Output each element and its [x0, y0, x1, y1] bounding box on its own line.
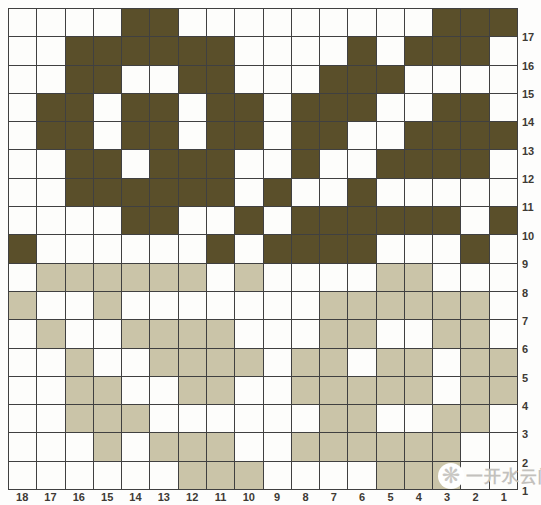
grid-cell-r16-c15	[94, 37, 121, 64]
grid-cell-r5-c16	[66, 349, 93, 376]
grid-cell-r5-c14	[122, 349, 149, 376]
grid-cell-r4-c10	[235, 377, 262, 404]
grid-cell-r1-c6	[348, 462, 375, 489]
grid-cell-r1-c15	[94, 462, 121, 489]
grid-cell-r3-c6	[348, 405, 375, 432]
col-label-4: 4	[405, 490, 433, 505]
grid-cell-r8-c10	[235, 264, 262, 291]
grid-cell-r15-c12	[179, 66, 206, 93]
grid-cell-r6-c16	[66, 320, 93, 347]
grid-cell-r8-c18	[9, 264, 36, 291]
grid-cell-r8-c4	[405, 264, 432, 291]
grid-cell-r15-c15	[94, 66, 121, 93]
grid-cell-r4-c1	[490, 377, 517, 404]
grid-cell-r14-c16	[66, 94, 93, 121]
grid-cell-r17-c2	[461, 9, 488, 36]
grid-cell-r16-c12	[179, 37, 206, 64]
grid-cell-r9-c2	[461, 235, 488, 262]
grid-cell-r7-c11	[207, 292, 234, 319]
pattern-grid	[8, 8, 518, 490]
grid-cell-r6-c2	[461, 320, 488, 347]
grid-cell-r10-c4	[405, 207, 432, 234]
grid-cell-r14-c10	[235, 94, 262, 121]
grid-cell-r16-c1	[490, 37, 517, 64]
grid-cell-r3-c18	[9, 405, 36, 432]
grid-cell-r8-c7	[320, 264, 347, 291]
grid-cell-r15-c11	[207, 66, 234, 93]
grid-cell-r3-c14	[122, 405, 149, 432]
row-label-slot: 11	[521, 178, 541, 206]
grid-cell-r12-c6	[348, 150, 375, 177]
col-label-8: 8	[291, 490, 319, 505]
col-label-2: 2	[461, 490, 489, 505]
grid-cell-r1-c5	[377, 462, 404, 489]
grid-cell-r8-c13	[150, 264, 177, 291]
grid-cell-r17-c16	[66, 9, 93, 36]
grid-cell-r15-c3	[433, 66, 460, 93]
grid-cell-r16-c2	[461, 37, 488, 64]
grid-cell-r11-c18	[9, 179, 36, 206]
grid-cell-r17-c10	[235, 9, 262, 36]
row-label-slot: 14	[521, 93, 541, 121]
grid-cell-r14-c11	[207, 94, 234, 121]
grid-cell-r6-c18	[9, 320, 36, 347]
grid-cell-r7-c12	[179, 292, 206, 319]
row-labels: 1716151413121110987654321	[521, 8, 541, 490]
grid-cell-r6-c4	[405, 320, 432, 347]
grid-cell-r4-c13	[150, 377, 177, 404]
grid-cell-r4-c9	[264, 377, 291, 404]
grid-cell-r4-c18	[9, 377, 36, 404]
grid-cell-r5-c5	[377, 349, 404, 376]
grid-cell-r16-c9	[264, 37, 291, 64]
grid-cell-r15-c1	[490, 66, 517, 93]
grid-cell-r9-c9	[264, 235, 291, 262]
grid-cell-r14-c6	[348, 94, 375, 121]
grid-cell-r10-c15	[94, 207, 121, 234]
grid-cell-r12-c12	[179, 150, 206, 177]
row-label-slot: 12	[521, 150, 541, 178]
grid-cell-r6-c14	[122, 320, 149, 347]
grid-cell-r8-c1	[490, 264, 517, 291]
grid-cell-r8-c15	[94, 264, 121, 291]
grid-cell-r17-c14	[122, 9, 149, 36]
grid-cell-r15-c2	[461, 66, 488, 93]
grid-cell-r5-c8	[292, 349, 319, 376]
grid-cell-r12-c18	[9, 150, 36, 177]
grid-cell-r13-c4	[405, 122, 432, 149]
row-label-slot: 15	[521, 65, 541, 93]
grid-cell-r12-c17	[37, 150, 64, 177]
grid-cell-r2-c14	[122, 433, 149, 460]
grid-cell-r3-c13	[150, 405, 177, 432]
grid-cell-r2-c18	[9, 433, 36, 460]
grid-cell-r15-c17	[37, 66, 64, 93]
grid-cell-r7-c2	[461, 292, 488, 319]
grid-cell-r14-c13	[150, 94, 177, 121]
grid-cell-r10-c18	[9, 207, 36, 234]
row-label-slot: 9	[521, 235, 541, 263]
grid-cell-r11-c12	[179, 179, 206, 206]
grid-cell-r6-c17	[37, 320, 64, 347]
grid-cell-r5-c18	[9, 349, 36, 376]
grid-cell-r14-c18	[9, 94, 36, 121]
grid-cell-r17-c11	[207, 9, 234, 36]
grid-cell-r17-c5	[377, 9, 404, 36]
grid-cell-r4-c14	[122, 377, 149, 404]
grid-cell-r13-c1	[490, 122, 517, 149]
col-label-13: 13	[150, 490, 178, 505]
grid-cell-r11-c15	[94, 179, 121, 206]
grid-cell-r8-c9	[264, 264, 291, 291]
grid-cell-r7-c9	[264, 292, 291, 319]
grid-cell-r3-c12	[179, 405, 206, 432]
row-label-slot: 2	[521, 433, 541, 461]
grid-cell-r5-c13	[150, 349, 177, 376]
grid-cell-r13-c6	[348, 122, 375, 149]
grid-cell-r16-c10	[235, 37, 262, 64]
grid-cell-r12-c11	[207, 150, 234, 177]
col-label-14: 14	[121, 490, 149, 505]
grid-cell-r15-c16	[66, 66, 93, 93]
grid-cell-r13-c7	[320, 122, 347, 149]
grid-cell-r10-c6	[348, 207, 375, 234]
grid-cell-r7-c10	[235, 292, 262, 319]
grid-cell-r10-c7	[320, 207, 347, 234]
grid-cell-r15-c18	[9, 66, 36, 93]
grid-cell-r11-c13	[150, 179, 177, 206]
grid-cell-r10-c17	[37, 207, 64, 234]
grid-cell-r9-c10	[235, 235, 262, 262]
grid-cell-r9-c16	[66, 235, 93, 262]
grid-cell-r17-c3	[433, 9, 460, 36]
grid-cell-r2-c3	[433, 433, 460, 460]
grid-cell-r14-c3	[433, 94, 460, 121]
grid-cell-r6-c6	[348, 320, 375, 347]
col-label-9: 9	[263, 490, 291, 505]
grid-cell-r12-c7	[320, 150, 347, 177]
grid-cell-r8-c5	[377, 264, 404, 291]
grid-cell-r17-c7	[320, 9, 347, 36]
grid-cell-r16-c4	[405, 37, 432, 64]
grid-cell-r9-c8	[292, 235, 319, 262]
grid-cell-r9-c4	[405, 235, 432, 262]
col-label-7: 7	[320, 490, 348, 505]
grid-cell-r2-c6	[348, 433, 375, 460]
grid-cell-r2-c16	[66, 433, 93, 460]
grid-cell-r11-c7	[320, 179, 347, 206]
grid-cell-r15-c9	[264, 66, 291, 93]
col-label-12: 12	[178, 490, 206, 505]
grid-cell-r1-c4	[405, 462, 432, 489]
grid-cell-r1-c8	[292, 462, 319, 489]
grid-cell-r4-c16	[66, 377, 93, 404]
grid-cell-r3-c5	[377, 405, 404, 432]
grid-cell-r3-c3	[433, 405, 460, 432]
row-label-slot: 5	[521, 348, 541, 376]
grid-cell-r9-c5	[377, 235, 404, 262]
grid-cell-r11-c9	[264, 179, 291, 206]
col-label-1: 1	[490, 490, 518, 505]
col-label-10: 10	[235, 490, 263, 505]
grid-cell-r5-c17	[37, 349, 64, 376]
col-label-11: 11	[206, 490, 234, 505]
grid-cell-r14-c2	[461, 94, 488, 121]
grid-cell-r7-c14	[122, 292, 149, 319]
grid-cell-r9-c14	[122, 235, 149, 262]
grid-cell-r2-c17	[37, 433, 64, 460]
grid-cell-r11-c3	[433, 179, 460, 206]
grid-cell-r10-c5	[377, 207, 404, 234]
grid-cell-r2-c15	[94, 433, 121, 460]
grid-cell-r10-c10	[235, 207, 262, 234]
grid-cell-r16-c16	[66, 37, 93, 64]
grid-cell-r7-c4	[405, 292, 432, 319]
grid-cell-r17-c1	[490, 9, 517, 36]
grid-cell-r2-c4	[405, 433, 432, 460]
grid-cell-r7-c8	[292, 292, 319, 319]
grid-cell-r1-c9	[264, 462, 291, 489]
row-label-slot: 6	[521, 320, 541, 348]
grid-cell-r17-c4	[405, 9, 432, 36]
grid-cell-r13-c14	[122, 122, 149, 149]
grid-cell-r6-c5	[377, 320, 404, 347]
grid-cell-r1-c10	[235, 462, 262, 489]
grid-cell-r12-c5	[377, 150, 404, 177]
grid-cell-r8-c14	[122, 264, 149, 291]
grid-cell-r1-c18	[9, 462, 36, 489]
grid-cell-r16-c8	[292, 37, 319, 64]
grid-cell-r14-c12	[179, 94, 206, 121]
grid-cell-r14-c4	[405, 94, 432, 121]
grid-cell-r5-c11	[207, 349, 234, 376]
grid-cell-r5-c6	[348, 349, 375, 376]
grid-cell-r14-c9	[264, 94, 291, 121]
grid-cell-r16-c5	[377, 37, 404, 64]
grid-cell-r5-c12	[179, 349, 206, 376]
grid-cell-r4-c4	[405, 377, 432, 404]
grid-cell-r9-c6	[348, 235, 375, 262]
grid-cell-r7-c16	[66, 292, 93, 319]
grid-cell-r1-c17	[37, 462, 64, 489]
grid-cell-r12-c1	[490, 150, 517, 177]
chart-page: 181716151413121110987654321 171615141312…	[0, 0, 541, 505]
grid-cell-r10-c12	[179, 207, 206, 234]
grid-cell-r4-c15	[94, 377, 121, 404]
grid-cell-r11-c16	[66, 179, 93, 206]
grid-cell-r12-c4	[405, 150, 432, 177]
grid-cell-r7-c6	[348, 292, 375, 319]
grid-cell-r7-c1	[490, 292, 517, 319]
grid-cell-r3-c1	[490, 405, 517, 432]
grid-cell-r13-c3	[433, 122, 460, 149]
grid-cell-r14-c17	[37, 94, 64, 121]
grid-cell-r12-c16	[66, 150, 93, 177]
grid-cell-r13-c11	[207, 122, 234, 149]
grid-cell-r14-c5	[377, 94, 404, 121]
grid-cell-r10-c1	[490, 207, 517, 234]
grid-cell-r7-c5	[377, 292, 404, 319]
grid-cell-r13-c16	[66, 122, 93, 149]
grid-cell-r11-c4	[405, 179, 432, 206]
grid-cell-r11-c1	[490, 179, 517, 206]
grid-cell-r16-c3	[433, 37, 460, 64]
grid-cell-r6-c7	[320, 320, 347, 347]
grid-cell-r3-c11	[207, 405, 234, 432]
grid-cell-r7-c15	[94, 292, 121, 319]
grid-cell-r6-c9	[264, 320, 291, 347]
grid-cell-r13-c9	[264, 122, 291, 149]
col-label-6: 6	[348, 490, 376, 505]
grid-cell-r9-c12	[179, 235, 206, 262]
grid-cell-r4-c8	[292, 377, 319, 404]
grid-cell-r3-c10	[235, 405, 262, 432]
col-label-17: 17	[36, 490, 64, 505]
col-label-15: 15	[93, 490, 121, 505]
grid-cell-r14-c15	[94, 94, 121, 121]
grid-cell-r9-c15	[94, 235, 121, 262]
grid-cell-r6-c13	[150, 320, 177, 347]
grid-cell-r4-c5	[377, 377, 404, 404]
grid-cell-r4-c7	[320, 377, 347, 404]
row-label-slot: 17	[521, 8, 541, 36]
grid-cell-r8-c2	[461, 264, 488, 291]
grid-cell-r3-c15	[94, 405, 121, 432]
grid-cell-r8-c17	[37, 264, 64, 291]
grid-cell-r5-c1	[490, 349, 517, 376]
grid-cell-r11-c11	[207, 179, 234, 206]
grid-cell-r11-c17	[37, 179, 64, 206]
grid-cell-r5-c3	[433, 349, 460, 376]
col-label-3: 3	[433, 490, 461, 505]
grid-cell-r13-c8	[292, 122, 319, 149]
grid-cell-r6-c12	[179, 320, 206, 347]
grid-cell-r9-c18	[9, 235, 36, 262]
grid-cell-r4-c3	[433, 377, 460, 404]
grid-cell-r6-c1	[490, 320, 517, 347]
grid-cell-r3-c2	[461, 405, 488, 432]
grid-cell-r13-c5	[377, 122, 404, 149]
col-label-18: 18	[8, 490, 36, 505]
grid-cell-r2-c12	[179, 433, 206, 460]
grid-cell-r10-c16	[66, 207, 93, 234]
grid-cell-r6-c11	[207, 320, 234, 347]
grid-cell-r7-c17	[37, 292, 64, 319]
grid-cell-r2-c11	[207, 433, 234, 460]
grid-cell-r17-c18	[9, 9, 36, 36]
grid-cell-r5-c15	[94, 349, 121, 376]
grid-cell-r11-c10	[235, 179, 262, 206]
grid-cell-r8-c16	[66, 264, 93, 291]
grid-cell-r13-c10	[235, 122, 262, 149]
grid-cell-r13-c17	[37, 122, 64, 149]
grid-cell-r16-c17	[37, 37, 64, 64]
grid-cell-r6-c3	[433, 320, 460, 347]
grid-cell-r10-c2	[461, 207, 488, 234]
grid-cell-r2-c7	[320, 433, 347, 460]
grid-cell-r3-c9	[264, 405, 291, 432]
column-labels: 181716151413121110987654321	[8, 490, 518, 505]
grid-cell-r15-c4	[405, 66, 432, 93]
grid-cell-r15-c10	[235, 66, 262, 93]
row-label-slot: 10	[521, 206, 541, 234]
grid-cell-r17-c17	[37, 9, 64, 36]
grid-cell-r17-c8	[292, 9, 319, 36]
grid-cell-r9-c13	[150, 235, 177, 262]
row-label-slot: 13	[521, 121, 541, 149]
grid-cell-r16-c18	[9, 37, 36, 64]
grid-cell-r16-c7	[320, 37, 347, 64]
grid-cell-r2-c5	[377, 433, 404, 460]
watermark: ❋ 一开水云间	[438, 461, 541, 491]
grid-cell-r10-c9	[264, 207, 291, 234]
grid-cell-r5-c4	[405, 349, 432, 376]
grid-cell-r14-c7	[320, 94, 347, 121]
grid-cell-r16-c13	[150, 37, 177, 64]
grid-cell-r9-c11	[207, 235, 234, 262]
grid-cell-r2-c8	[292, 433, 319, 460]
grid-cell-r7-c7	[320, 292, 347, 319]
grid-cell-r3-c17	[37, 405, 64, 432]
grid-cell-r12-c3	[433, 150, 460, 177]
grid-cell-r12-c9	[264, 150, 291, 177]
grid-cell-r10-c14	[122, 207, 149, 234]
grid-cell-r15-c8	[292, 66, 319, 93]
grid-cell-r4-c12	[179, 377, 206, 404]
grid-cell-r4-c11	[207, 377, 234, 404]
grid-cell-r17-c13	[150, 9, 177, 36]
grid-cell-r17-c12	[179, 9, 206, 36]
grid-cell-r8-c3	[433, 264, 460, 291]
row-label-slot: 3	[521, 405, 541, 433]
grid-cell-r16-c11	[207, 37, 234, 64]
grid-cell-r3-c16	[66, 405, 93, 432]
grid-cell-r2-c10	[235, 433, 262, 460]
grid-cell-r14-c1	[490, 94, 517, 121]
grid-cell-r15-c5	[377, 66, 404, 93]
grid-cell-r12-c13	[150, 150, 177, 177]
grid-cell-r2-c9	[264, 433, 291, 460]
grid-cell-r5-c9	[264, 349, 291, 376]
watermark-text: 一开水云间	[466, 465, 541, 488]
grid-cell-r12-c14	[122, 150, 149, 177]
grid-cell-r4-c6	[348, 377, 375, 404]
grid-cell-r13-c2	[461, 122, 488, 149]
grid-cell-r16-c14	[122, 37, 149, 64]
grid-cell-r17-c15	[94, 9, 121, 36]
row-label-slot: 16	[521, 36, 541, 64]
grid-cell-r17-c6	[348, 9, 375, 36]
grid-cell-r8-c11	[207, 264, 234, 291]
grid-cell-r12-c15	[94, 150, 121, 177]
grid-cell-r15-c7	[320, 66, 347, 93]
grid-cell-r6-c15	[94, 320, 121, 347]
col-label-5: 5	[376, 490, 404, 505]
grid-cell-r6-c10	[235, 320, 262, 347]
grid-cell-r9-c3	[433, 235, 460, 262]
grid-cell-r11-c2	[461, 179, 488, 206]
grid-cell-r13-c12	[179, 122, 206, 149]
grid-cell-r12-c8	[292, 150, 319, 177]
grid-cell-r1-c12	[179, 462, 206, 489]
row-label-slot: 7	[521, 292, 541, 320]
grid-cell-r13-c15	[94, 122, 121, 149]
grid-cell-r1-c13	[150, 462, 177, 489]
grid-cell-r7-c18	[9, 292, 36, 319]
grid-cell-r4-c2	[461, 377, 488, 404]
row-label-slot: 4	[521, 377, 541, 405]
grid-cell-r3-c7	[320, 405, 347, 432]
